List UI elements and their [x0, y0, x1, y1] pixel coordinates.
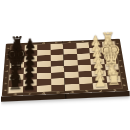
- square-a2: ♟: [93, 83, 108, 90]
- square-e5: [50, 60, 64, 66]
- square-a8: ♜: [8, 86, 22, 93]
- piece-white-pawn: ♟: [93, 74, 107, 89]
- square-a3: [79, 83, 94, 90]
- square-a5: [51, 84, 65, 91]
- piece-black-pawn: ♟: [22, 77, 36, 92]
- square-c5: [51, 72, 65, 79]
- piece-black-rook: ♜: [7, 75, 23, 92]
- square-a7: ♟: [22, 86, 36, 93]
- square-a4: [65, 84, 79, 91]
- chess-board: 87654321 87654321 hgfedcba hgfedcba ♜♟♟♜…: [2, 39, 129, 97]
- hinge-seam-front: [65, 94, 66, 99]
- square-e3: [77, 59, 91, 65]
- square-d5: [50, 66, 64, 73]
- product-photo: 87654321 87654321 hgfedcba hgfedcba ♜♟♟♜…: [0, 0, 130, 130]
- square-c3: [78, 71, 92, 78]
- piece-white-rook: ♜: [106, 71, 122, 88]
- square-a6: [37, 85, 51, 92]
- square-a1: ♜: [107, 82, 122, 89]
- board-perspective-wrapper: 87654321 87654321 hgfedcba hgfedcba ♜♟♟♜…: [1, 3, 126, 130]
